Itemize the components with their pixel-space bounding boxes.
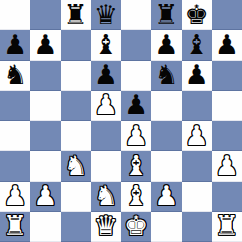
square-c1[interactable]	[61, 212, 91, 242]
square-b1[interactable]	[30, 212, 60, 242]
square-b2[interactable]: ♟	[30, 182, 60, 212]
square-d4[interactable]	[91, 121, 121, 151]
square-f6[interactable]: ♞	[151, 61, 181, 91]
square-h1[interactable]: ♜	[212, 212, 242, 242]
black-king-piece: ♚	[185, 1, 209, 28]
square-e8[interactable]	[121, 0, 151, 30]
square-d3[interactable]	[91, 151, 121, 181]
square-e5[interactable]: ♟	[121, 91, 151, 121]
black-bishop-piece: ♝	[185, 31, 209, 58]
square-e7[interactable]	[121, 30, 151, 60]
square-b4[interactable]	[30, 121, 60, 151]
square-d1[interactable]: ♛	[91, 212, 121, 242]
square-e6[interactable]	[121, 61, 151, 91]
black-bishop-piece: ♝	[94, 31, 118, 58]
white-pawn-piece: ♟	[215, 152, 239, 179]
square-h6[interactable]	[212, 61, 242, 91]
square-b3[interactable]	[30, 151, 60, 181]
square-a3[interactable]	[0, 151, 30, 181]
square-h4[interactable]	[212, 121, 242, 151]
white-knight-piece: ♞	[64, 152, 88, 179]
white-king-piece: ♚	[124, 212, 148, 239]
black-pawn-piece: ♟	[33, 31, 57, 58]
black-pawn-piece: ♟	[154, 31, 178, 58]
square-c3[interactable]: ♞	[61, 151, 91, 181]
white-pawn-piece: ♟	[94, 91, 118, 118]
square-e2[interactable]: ♝	[121, 182, 151, 212]
square-g8[interactable]: ♚	[182, 0, 212, 30]
square-d5[interactable]: ♟	[91, 91, 121, 121]
white-knight-piece: ♞	[94, 182, 118, 209]
square-h7[interactable]: ♟	[212, 30, 242, 60]
chess-board: ♜♛♜♚♟♟♝♟♝♟♞♟♞♟♟♟♟♟♞♝♟♟♟♞♝♟♜♛♚♜	[0, 0, 242, 242]
white-pawn-piece: ♟	[154, 182, 178, 209]
square-g3[interactable]	[182, 151, 212, 181]
square-g5[interactable]	[182, 91, 212, 121]
black-rook-piece: ♜	[64, 1, 88, 28]
white-pawn-piece: ♟	[3, 182, 27, 209]
square-c4[interactable]	[61, 121, 91, 151]
square-g4[interactable]: ♟	[182, 121, 212, 151]
square-a5[interactable]	[0, 91, 30, 121]
square-a2[interactable]: ♟	[0, 182, 30, 212]
black-pawn-piece: ♟	[3, 31, 27, 58]
square-c2[interactable]	[61, 182, 91, 212]
square-c7[interactable]	[61, 30, 91, 60]
square-e3[interactable]: ♝	[121, 151, 151, 181]
square-h2[interactable]	[212, 182, 242, 212]
black-pawn-piece: ♟	[215, 31, 239, 58]
square-a4[interactable]	[0, 121, 30, 151]
square-d7[interactable]: ♝	[91, 30, 121, 60]
black-pawn-piece: ♟	[185, 61, 209, 88]
square-c6[interactable]	[61, 61, 91, 91]
black-knight-piece: ♞	[154, 61, 178, 88]
square-f3[interactable]	[151, 151, 181, 181]
white-pawn-piece: ♟	[33, 182, 57, 209]
white-rook-piece: ♜	[3, 212, 27, 239]
square-g2[interactable]	[182, 182, 212, 212]
white-queen-piece: ♛	[94, 212, 118, 239]
square-a8[interactable]	[0, 0, 30, 30]
square-g6[interactable]: ♟	[182, 61, 212, 91]
black-queen-piece: ♛	[94, 1, 118, 28]
square-a7[interactable]: ♟	[0, 30, 30, 60]
square-h5[interactable]	[212, 91, 242, 121]
square-d8[interactable]: ♛	[91, 0, 121, 30]
white-bishop-piece: ♝	[124, 152, 148, 179]
square-b6[interactable]	[30, 61, 60, 91]
white-rook-piece: ♜	[215, 212, 239, 239]
white-bishop-piece: ♝	[124, 182, 148, 209]
square-f1[interactable]	[151, 212, 181, 242]
square-f5[interactable]	[151, 91, 181, 121]
square-g7[interactable]: ♝	[182, 30, 212, 60]
square-f7[interactable]: ♟	[151, 30, 181, 60]
black-pawn-piece: ♟	[94, 61, 118, 88]
square-h3[interactable]: ♟	[212, 151, 242, 181]
square-b5[interactable]	[30, 91, 60, 121]
white-pawn-piece: ♟	[124, 122, 148, 149]
square-d6[interactable]: ♟	[91, 61, 121, 91]
square-b7[interactable]: ♟	[30, 30, 60, 60]
square-a6[interactable]: ♞	[0, 61, 30, 91]
black-rook-piece: ♜	[154, 1, 178, 28]
white-pawn-piece: ♟	[185, 122, 209, 149]
square-a1[interactable]: ♜	[0, 212, 30, 242]
square-e1[interactable]: ♚	[121, 212, 151, 242]
square-b8[interactable]	[30, 0, 60, 30]
square-h8[interactable]	[212, 0, 242, 30]
square-c5[interactable]	[61, 91, 91, 121]
square-g1[interactable]	[182, 212, 212, 242]
square-f4[interactable]	[151, 121, 181, 151]
black-pawn-piece: ♟	[124, 91, 148, 118]
square-e4[interactable]: ♟	[121, 121, 151, 151]
square-f2[interactable]: ♟	[151, 182, 181, 212]
square-d2[interactable]: ♞	[91, 182, 121, 212]
square-c8[interactable]: ♜	[61, 0, 91, 30]
black-knight-piece: ♞	[3, 61, 27, 88]
square-f8[interactable]: ♜	[151, 0, 181, 30]
